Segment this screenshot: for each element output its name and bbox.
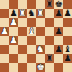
square-e6[interactable] — [36, 18, 45, 27]
white-king[interactable]: ♚ — [36, 63, 44, 72]
white-bishop[interactable]: ♝ — [27, 27, 35, 36]
square-d8[interactable] — [27, 0, 36, 9]
square-c7[interactable]: ♜ — [18, 9, 27, 18]
square-g4[interactable] — [54, 36, 63, 45]
white-pawn[interactable]: ♟ — [0, 27, 8, 36]
black-rook[interactable]: ♜ — [45, 54, 53, 63]
square-f7[interactable] — [45, 9, 54, 18]
square-b5[interactable] — [9, 27, 18, 36]
square-c4[interactable] — [18, 36, 27, 45]
square-f6[interactable] — [45, 18, 54, 27]
square-e7[interactable]: ♜ — [36, 9, 45, 18]
chess-board-container: ♜♚♟♜♞♜♟♟♟♟♝♟♟♞♟♝♜♟♚ — [0, 0, 72, 72]
square-g7[interactable]: ♟ — [54, 9, 63, 18]
square-b8[interactable] — [9, 0, 18, 9]
square-f5[interactable] — [45, 27, 54, 36]
square-g6[interactable] — [54, 18, 63, 27]
square-e2[interactable] — [36, 54, 45, 63]
square-f1[interactable] — [45, 63, 54, 72]
square-h5[interactable] — [63, 27, 72, 36]
black-pawn[interactable]: ♟ — [54, 27, 62, 36]
square-h2[interactable]: ♟ — [63, 54, 72, 63]
square-b1[interactable] — [9, 63, 18, 72]
square-c6[interactable] — [18, 18, 27, 27]
square-f4[interactable] — [45, 36, 54, 45]
square-c3[interactable] — [18, 45, 27, 54]
square-a5[interactable]: ♟ — [0, 27, 9, 36]
square-h8[interactable] — [63, 0, 72, 9]
square-c1[interactable] — [18, 63, 27, 72]
square-d4[interactable] — [27, 36, 36, 45]
square-a4[interactable] — [0, 36, 9, 45]
square-h7[interactable]: ♟ — [63, 9, 72, 18]
black-pawn[interactable]: ♟ — [63, 54, 71, 63]
square-f8[interactable]: ♜ — [45, 0, 54, 9]
white-pawn[interactable]: ♟ — [9, 18, 17, 27]
square-g2[interactable] — [54, 54, 63, 63]
square-b2[interactable] — [9, 54, 18, 63]
square-b6[interactable]: ♟ — [9, 18, 18, 27]
square-c2[interactable] — [18, 54, 27, 63]
square-e1[interactable]: ♚ — [36, 63, 45, 72]
square-c8[interactable] — [18, 0, 27, 9]
black-bishop[interactable]: ♝ — [63, 45, 71, 54]
square-g8[interactable]: ♚ — [54, 0, 63, 9]
black-pawn[interactable]: ♟ — [63, 9, 71, 18]
black-rook[interactable]: ♜ — [45, 0, 53, 9]
square-h6[interactable] — [63, 18, 72, 27]
square-g1[interactable] — [54, 63, 63, 72]
square-f3[interactable] — [45, 45, 54, 54]
square-b3[interactable] — [9, 45, 18, 54]
black-king[interactable]: ♚ — [54, 0, 62, 9]
square-h4[interactable] — [63, 36, 72, 45]
square-g3[interactable]: ♟ — [54, 45, 63, 54]
square-d7[interactable]: ♞ — [27, 9, 36, 18]
square-d1[interactable] — [27, 63, 36, 72]
white-rook[interactable]: ♜ — [36, 9, 44, 18]
white-knight[interactable]: ♞ — [36, 45, 44, 54]
square-e3[interactable]: ♞ — [36, 45, 45, 54]
square-g5[interactable]: ♟ — [54, 27, 63, 36]
black-pawn[interactable]: ♟ — [9, 9, 17, 18]
white-rook[interactable]: ♜ — [18, 9, 26, 18]
square-a1[interactable] — [0, 63, 9, 72]
black-pawn[interactable]: ♟ — [54, 45, 62, 54]
square-d5[interactable]: ♝ — [27, 27, 36, 36]
square-e5[interactable] — [36, 27, 45, 36]
square-a7[interactable] — [0, 9, 9, 18]
chess-board: ♜♚♟♜♞♜♟♟♟♟♝♟♟♞♟♝♜♟♚ — [0, 0, 72, 72]
square-a2[interactable] — [0, 54, 9, 63]
square-d6[interactable] — [27, 18, 36, 27]
square-d3[interactable] — [27, 45, 36, 54]
square-h1[interactable] — [63, 63, 72, 72]
square-h3[interactable]: ♝ — [63, 45, 72, 54]
square-b4[interactable]: ♟ — [9, 36, 18, 45]
square-a6[interactable] — [0, 18, 9, 27]
square-f2[interactable]: ♜ — [45, 54, 54, 63]
square-a3[interactable] — [0, 45, 9, 54]
black-pawn[interactable]: ♟ — [54, 9, 62, 18]
square-e8[interactable] — [36, 0, 45, 9]
square-c5[interactable] — [18, 27, 27, 36]
white-pawn[interactable]: ♟ — [9, 36, 17, 45]
square-d2[interactable] — [27, 54, 36, 63]
square-a8[interactable] — [0, 0, 9, 9]
black-knight[interactable]: ♞ — [27, 9, 35, 18]
square-e4[interactable] — [36, 36, 45, 45]
square-b7[interactable]: ♟ — [9, 9, 18, 18]
